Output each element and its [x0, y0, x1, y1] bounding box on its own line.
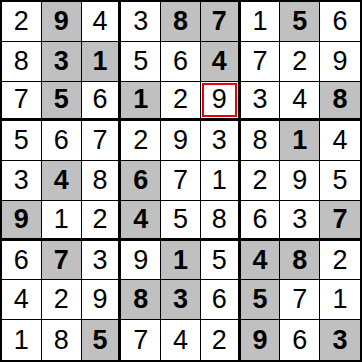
cell-r5c3[interactable]: 8 — [82, 161, 122, 201]
cell-r2c2[interactable]: 3 — [42, 42, 82, 82]
cell-r2c8[interactable]: 2 — [280, 42, 320, 82]
cell-r5c4[interactable]: 6 — [121, 161, 161, 201]
cell-r3c5[interactable]: 2 — [161, 82, 201, 122]
cell-r8c8[interactable]: 7 — [280, 280, 320, 320]
cell-r7c8[interactable]: 8 — [280, 241, 320, 281]
cell-r8c4[interactable]: 8 — [121, 280, 161, 320]
cell-r3c7[interactable]: 3 — [241, 82, 281, 122]
cell-r6c1[interactable]: 9 — [2, 201, 42, 241]
cell-r4c2[interactable]: 6 — [42, 121, 82, 161]
cell-r8c7[interactable]: 5 — [241, 280, 281, 320]
cell-r8c9[interactable]: 1 — [320, 280, 360, 320]
cell-r9c5[interactable]: 4 — [161, 320, 201, 360]
cell-r8c5[interactable]: 3 — [161, 280, 201, 320]
cell-r2c1[interactable]: 8 — [2, 42, 42, 82]
cell-r5c6[interactable]: 1 — [201, 161, 241, 201]
cell-r1c8[interactable]: 5 — [280, 2, 320, 42]
cell-r9c9[interactable]: 3 — [320, 320, 360, 360]
cell-r7c6[interactable]: 5 — [201, 241, 241, 281]
cell-r5c5[interactable]: 7 — [161, 161, 201, 201]
sudoku-board: 2943871568315647297561293485672938143486… — [0, 0, 362, 362]
cell-r1c4[interactable]: 3 — [121, 2, 161, 42]
cell-r2c5[interactable]: 6 — [161, 42, 201, 82]
cell-r8c3[interactable]: 9 — [82, 280, 122, 320]
cell-r6c3[interactable]: 2 — [82, 201, 122, 241]
cell-r3c6[interactable]: 9 — [201, 82, 241, 122]
cell-r7c5[interactable]: 1 — [161, 241, 201, 281]
cell-r4c1[interactable]: 5 — [2, 121, 42, 161]
cell-r6c6[interactable]: 8 — [201, 201, 241, 241]
cell-r7c9[interactable]: 2 — [320, 241, 360, 281]
cell-r4c5[interactable]: 9 — [161, 121, 201, 161]
cell-r6c8[interactable]: 3 — [280, 201, 320, 241]
cell-r9c3[interactable]: 5 — [82, 320, 122, 360]
cell-r7c7[interactable]: 4 — [241, 241, 281, 281]
cell-r2c4[interactable]: 5 — [121, 42, 161, 82]
cell-r1c6[interactable]: 7 — [201, 2, 241, 42]
cell-r1c7[interactable]: 1 — [241, 2, 281, 42]
cell-r4c6[interactable]: 3 — [201, 121, 241, 161]
cell-r4c8[interactable]: 1 — [280, 121, 320, 161]
cell-r4c3[interactable]: 7 — [82, 121, 122, 161]
cell-r9c1[interactable]: 1 — [2, 320, 42, 360]
cell-r5c9[interactable]: 5 — [320, 161, 360, 201]
cell-r4c4[interactable]: 2 — [121, 121, 161, 161]
cell-r7c3[interactable]: 3 — [82, 241, 122, 281]
cell-r3c8[interactable]: 4 — [280, 82, 320, 122]
cell-r5c2[interactable]: 4 — [42, 161, 82, 201]
cell-r3c9[interactable]: 8 — [320, 82, 360, 122]
cell-r7c2[interactable]: 7 — [42, 241, 82, 281]
cell-r4c9[interactable]: 4 — [320, 121, 360, 161]
cell-r1c5[interactable]: 8 — [161, 2, 201, 42]
cell-r6c7[interactable]: 6 — [241, 201, 281, 241]
cell-r5c1[interactable]: 3 — [2, 161, 42, 201]
cell-r3c3[interactable]: 6 — [82, 82, 122, 122]
cell-r8c6[interactable]: 6 — [201, 280, 241, 320]
cell-r1c1[interactable]: 2 — [2, 2, 42, 42]
cell-r9c2[interactable]: 8 — [42, 320, 82, 360]
cell-r6c9[interactable]: 7 — [320, 201, 360, 241]
selected-cell-highlight — [202, 83, 237, 118]
cell-r3c1[interactable]: 7 — [2, 82, 42, 122]
cell-r4c7[interactable]: 8 — [241, 121, 281, 161]
cell-r1c9[interactable]: 6 — [320, 2, 360, 42]
cell-r7c1[interactable]: 6 — [2, 241, 42, 281]
cell-r7c4[interactable]: 9 — [121, 241, 161, 281]
cell-r3c4[interactable]: 1 — [121, 82, 161, 122]
cell-r8c2[interactable]: 2 — [42, 280, 82, 320]
cell-r6c4[interactable]: 4 — [121, 201, 161, 241]
cell-r2c3[interactable]: 1 — [82, 42, 122, 82]
cell-r6c5[interactable]: 5 — [161, 201, 201, 241]
cell-r5c8[interactable]: 9 — [280, 161, 320, 201]
cell-r8c1[interactable]: 4 — [2, 280, 42, 320]
cell-r6c2[interactable]: 1 — [42, 201, 82, 241]
cell-r5c7[interactable]: 2 — [241, 161, 281, 201]
cell-r9c6[interactable]: 2 — [201, 320, 241, 360]
cell-r3c2[interactable]: 5 — [42, 82, 82, 122]
cell-r2c9[interactable]: 9 — [320, 42, 360, 82]
cell-r9c4[interactable]: 7 — [121, 320, 161, 360]
cell-r2c6[interactable]: 4 — [201, 42, 241, 82]
cell-r2c7[interactable]: 7 — [241, 42, 281, 82]
cell-r9c8[interactable]: 6 — [280, 320, 320, 360]
cell-r1c2[interactable]: 9 — [42, 2, 82, 42]
cell-r9c7[interactable]: 9 — [241, 320, 281, 360]
cell-r1c3[interactable]: 4 — [82, 2, 122, 42]
